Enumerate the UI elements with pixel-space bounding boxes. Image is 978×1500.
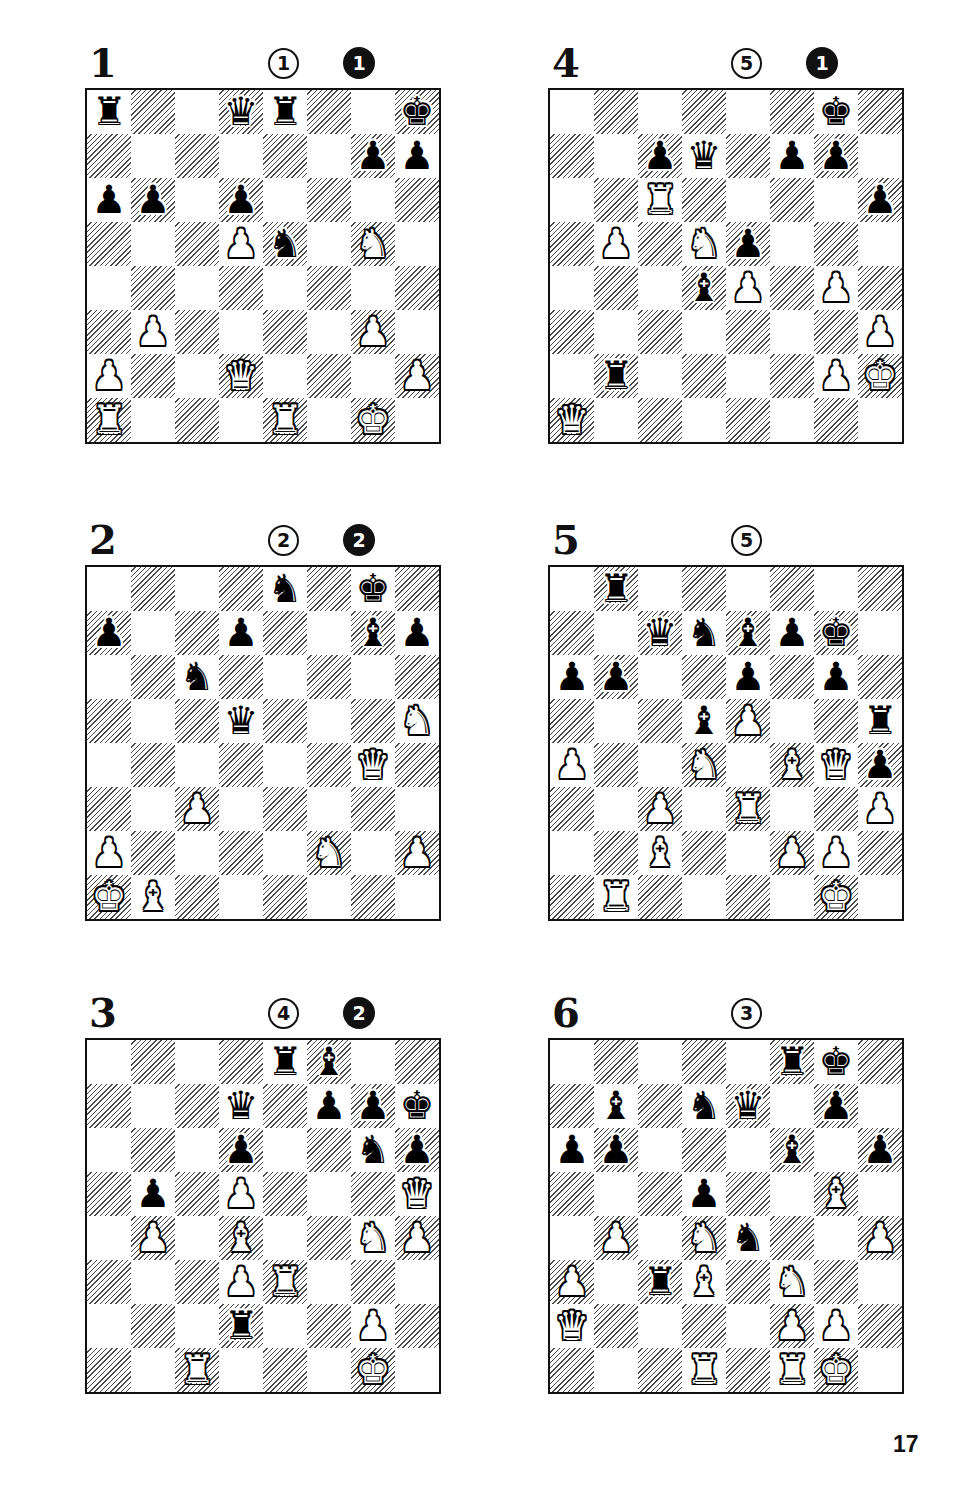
square-g6: ♟ bbox=[814, 655, 858, 699]
square-h7 bbox=[858, 134, 902, 178]
square-a4 bbox=[87, 266, 131, 310]
square-g7: ♟ bbox=[814, 1084, 858, 1128]
square-e2 bbox=[263, 1304, 307, 1348]
square-c2 bbox=[175, 831, 219, 875]
square-g6 bbox=[814, 178, 858, 222]
square-e6 bbox=[726, 1128, 770, 1172]
white-pawn: ♟ bbox=[400, 831, 435, 875]
square-d5: ♟ bbox=[219, 1172, 263, 1216]
square-e1 bbox=[726, 398, 770, 442]
white-pawn: ♟ bbox=[356, 310, 391, 354]
black-pawn: ♟ bbox=[400, 611, 435, 655]
black-pawn: ♟ bbox=[599, 655, 634, 699]
black-knight: ♞ bbox=[687, 611, 722, 655]
square-f4 bbox=[770, 266, 814, 310]
square-a1: ♚ bbox=[87, 875, 131, 919]
white-bishop: ♝ bbox=[136, 875, 171, 919]
square-f5 bbox=[307, 222, 351, 266]
square-d8 bbox=[682, 1040, 726, 1084]
diagram-6-header: 6 3 bbox=[548, 994, 904, 1038]
side-to-move-disk: 2 bbox=[343, 524, 375, 556]
square-d4 bbox=[219, 266, 263, 310]
square-a4 bbox=[87, 743, 131, 787]
square-c4 bbox=[175, 1216, 219, 1260]
white-pawn: ♟ bbox=[136, 1216, 171, 1260]
white-bishop: ♝ bbox=[819, 1172, 854, 1216]
white-pawn: ♟ bbox=[819, 831, 854, 875]
black-knight: ♞ bbox=[731, 1216, 766, 1260]
square-g2 bbox=[351, 831, 395, 875]
square-c5 bbox=[175, 1172, 219, 1216]
square-h8 bbox=[395, 1040, 439, 1084]
square-e6: ♟ bbox=[726, 655, 770, 699]
square-g5: ♞ bbox=[351, 222, 395, 266]
square-b7 bbox=[131, 134, 175, 178]
black-pawn: ♟ bbox=[356, 134, 391, 178]
white-king: ♚ bbox=[356, 1348, 391, 1392]
black-king: ♚ bbox=[400, 90, 435, 134]
square-b1: ♝ bbox=[131, 875, 175, 919]
square-h6 bbox=[395, 178, 439, 222]
square-b8 bbox=[131, 567, 175, 611]
square-a5 bbox=[87, 222, 131, 266]
square-f7: ♟ bbox=[770, 611, 814, 655]
square-a8 bbox=[87, 567, 131, 611]
square-c4 bbox=[638, 1216, 682, 1260]
white-rook: ♜ bbox=[775, 1348, 810, 1392]
square-d3 bbox=[219, 310, 263, 354]
difficulty-circle: 3 bbox=[731, 998, 762, 1029]
square-a7 bbox=[550, 134, 594, 178]
white-knight: ♞ bbox=[356, 1216, 391, 1260]
white-pawn: ♟ bbox=[731, 699, 766, 743]
square-g4 bbox=[351, 266, 395, 310]
square-h1 bbox=[395, 398, 439, 442]
black-pawn: ♟ bbox=[555, 1128, 590, 1172]
square-b4: ♟ bbox=[594, 1216, 638, 1260]
square-b8 bbox=[131, 90, 175, 134]
white-pawn: ♟ bbox=[863, 1216, 898, 1260]
square-d5: ♝ bbox=[682, 699, 726, 743]
black-pawn: ♟ bbox=[687, 1172, 722, 1216]
square-c8 bbox=[175, 1040, 219, 1084]
white-pawn: ♟ bbox=[775, 1304, 810, 1348]
black-queen: ♛ bbox=[224, 1084, 259, 1128]
square-f5 bbox=[770, 1172, 814, 1216]
square-d8: ♛ bbox=[219, 90, 263, 134]
white-rook: ♜ bbox=[268, 1260, 303, 1304]
black-queen: ♛ bbox=[731, 1084, 766, 1128]
square-e8 bbox=[726, 1040, 770, 1084]
square-g7: ♝ bbox=[351, 611, 395, 655]
square-d4: ♞ bbox=[682, 1216, 726, 1260]
black-rook: ♜ bbox=[599, 354, 634, 398]
square-a6 bbox=[87, 1128, 131, 1172]
square-a5 bbox=[550, 699, 594, 743]
black-pawn: ♟ bbox=[92, 611, 127, 655]
square-g1: ♚ bbox=[814, 1348, 858, 1392]
black-queen: ♛ bbox=[224, 699, 259, 743]
square-f8 bbox=[307, 90, 351, 134]
square-f1 bbox=[770, 398, 814, 442]
black-pawn: ♟ bbox=[312, 1084, 347, 1128]
square-a7 bbox=[87, 1084, 131, 1128]
white-knight: ♞ bbox=[687, 1216, 722, 1260]
square-h4: ♟ bbox=[858, 1216, 902, 1260]
black-pawn: ♟ bbox=[224, 611, 259, 655]
square-b1: ♜ bbox=[594, 875, 638, 919]
square-b8 bbox=[594, 90, 638, 134]
square-f6 bbox=[307, 178, 351, 222]
square-a1 bbox=[550, 1348, 594, 1392]
square-d5: ♟ bbox=[682, 1172, 726, 1216]
white-pawn: ♟ bbox=[180, 787, 215, 831]
square-d7: ♛ bbox=[682, 134, 726, 178]
square-e5: ♟ bbox=[726, 699, 770, 743]
square-d3 bbox=[682, 787, 726, 831]
square-c6: ♞ bbox=[175, 655, 219, 699]
square-f3: ♞ bbox=[770, 1260, 814, 1304]
square-d8 bbox=[219, 1040, 263, 1084]
white-pawn: ♟ bbox=[819, 354, 854, 398]
square-c2 bbox=[638, 354, 682, 398]
white-rook: ♜ bbox=[731, 787, 766, 831]
square-a6: ♟ bbox=[550, 655, 594, 699]
diagram-number: 3 bbox=[89, 992, 117, 1034]
black-rook: ♜ bbox=[268, 1040, 303, 1084]
square-h3 bbox=[395, 310, 439, 354]
square-f7: ♟ bbox=[770, 134, 814, 178]
white-pawn: ♟ bbox=[775, 831, 810, 875]
square-f1 bbox=[307, 398, 351, 442]
white-queen: ♛ bbox=[819, 743, 854, 787]
square-h6: ♟ bbox=[858, 1128, 902, 1172]
chess-board-6: ♜♚♝♞♛♟♟♟♝♟♟♝♟♞♞♟♟♜♝♞♛♟♟♜♜♚ bbox=[548, 1038, 904, 1394]
square-h6: ♟ bbox=[858, 178, 902, 222]
square-f2 bbox=[307, 1304, 351, 1348]
difficulty-circle: 1 bbox=[268, 48, 299, 79]
square-f8 bbox=[307, 567, 351, 611]
square-a3 bbox=[550, 787, 594, 831]
square-h7 bbox=[858, 1084, 902, 1128]
square-b7 bbox=[131, 611, 175, 655]
black-pawn: ♟ bbox=[643, 134, 678, 178]
black-pawn: ♟ bbox=[599, 1128, 634, 1172]
square-c6: ♜ bbox=[638, 178, 682, 222]
black-queen: ♛ bbox=[687, 134, 722, 178]
white-rook: ♜ bbox=[268, 398, 303, 442]
square-c2 bbox=[175, 1304, 219, 1348]
white-king: ♚ bbox=[356, 398, 391, 442]
square-f1 bbox=[307, 1348, 351, 1392]
square-e7: ♝ bbox=[726, 611, 770, 655]
square-g6 bbox=[351, 655, 395, 699]
square-g8 bbox=[351, 1040, 395, 1084]
square-c4 bbox=[175, 743, 219, 787]
square-e7: ♛ bbox=[726, 1084, 770, 1128]
square-b4 bbox=[131, 743, 175, 787]
square-c1 bbox=[638, 875, 682, 919]
square-a8 bbox=[550, 1040, 594, 1084]
diagram-4: 4 5 1 ♚♟♛♟♟♜♟♟♞♟♝♟♟♟♜♟♚♛ bbox=[548, 44, 904, 444]
square-g7: ♟ bbox=[351, 1084, 395, 1128]
square-d6: ♟ bbox=[219, 178, 263, 222]
white-queen: ♛ bbox=[224, 354, 259, 398]
square-a7 bbox=[550, 611, 594, 655]
square-h6: ♟ bbox=[395, 1128, 439, 1172]
square-c6 bbox=[638, 1128, 682, 1172]
square-a4 bbox=[550, 266, 594, 310]
square-b5: ♟ bbox=[594, 222, 638, 266]
square-g5 bbox=[814, 222, 858, 266]
white-pawn: ♟ bbox=[599, 222, 634, 266]
square-c1 bbox=[638, 1348, 682, 1392]
black-pawn: ♟ bbox=[224, 1128, 259, 1172]
square-f2 bbox=[307, 354, 351, 398]
square-h5: ♞ bbox=[395, 699, 439, 743]
black-knight: ♞ bbox=[268, 222, 303, 266]
white-bishop: ♝ bbox=[224, 1216, 259, 1260]
square-b4 bbox=[594, 743, 638, 787]
white-pawn: ♟ bbox=[92, 354, 127, 398]
square-h5 bbox=[858, 222, 902, 266]
square-a8: ♜ bbox=[87, 90, 131, 134]
square-a4 bbox=[550, 1216, 594, 1260]
square-e6 bbox=[263, 178, 307, 222]
white-knight: ♞ bbox=[312, 831, 347, 875]
square-f4 bbox=[307, 743, 351, 787]
square-e8 bbox=[726, 567, 770, 611]
square-a8 bbox=[87, 1040, 131, 1084]
diagram-6: 6 3 ♜♚♝♞♛♟♟♟♝♟♟♝♟♞♞♟♟♜♝♞♛♟♟♜♜♚ bbox=[548, 994, 904, 1394]
black-pawn: ♟ bbox=[819, 655, 854, 699]
square-b4 bbox=[594, 266, 638, 310]
square-d7: ♛ bbox=[219, 1084, 263, 1128]
square-g4: ♟ bbox=[814, 266, 858, 310]
square-f5 bbox=[770, 699, 814, 743]
square-g3 bbox=[351, 787, 395, 831]
square-a3: ♟ bbox=[550, 1260, 594, 1304]
square-f4 bbox=[770, 1216, 814, 1260]
side-to-move-disk: 2 bbox=[343, 997, 375, 1029]
square-f6 bbox=[307, 1128, 351, 1172]
white-bishop: ♝ bbox=[687, 1260, 722, 1304]
square-e4: ♟ bbox=[726, 266, 770, 310]
page-number: 17 bbox=[893, 1431, 919, 1458]
square-d1 bbox=[219, 1348, 263, 1392]
black-bishop: ♝ bbox=[687, 699, 722, 743]
square-e4: ♞ bbox=[726, 1216, 770, 1260]
white-king: ♚ bbox=[819, 875, 854, 919]
square-e1 bbox=[263, 1348, 307, 1392]
square-g3 bbox=[814, 310, 858, 354]
square-e6 bbox=[263, 1128, 307, 1172]
square-h7: ♟ bbox=[395, 134, 439, 178]
square-c4 bbox=[638, 743, 682, 787]
black-king: ♚ bbox=[819, 611, 854, 655]
square-c3: ♟ bbox=[638, 787, 682, 831]
square-b5 bbox=[131, 699, 175, 743]
square-d1 bbox=[219, 875, 263, 919]
white-knight: ♞ bbox=[687, 743, 722, 787]
square-f1 bbox=[307, 875, 351, 919]
square-e4 bbox=[726, 743, 770, 787]
square-e3 bbox=[726, 1260, 770, 1304]
square-b6 bbox=[131, 1128, 175, 1172]
square-h2: ♟ bbox=[395, 831, 439, 875]
square-f5 bbox=[307, 1172, 351, 1216]
square-f3 bbox=[307, 1260, 351, 1304]
black-knight: ♞ bbox=[356, 1128, 391, 1172]
square-f2: ♞ bbox=[307, 831, 351, 875]
square-h8 bbox=[858, 90, 902, 134]
square-b3 bbox=[594, 787, 638, 831]
square-g2: ♟ bbox=[351, 1304, 395, 1348]
difficulty-circle: 5 bbox=[731, 48, 762, 79]
square-b1 bbox=[131, 1348, 175, 1392]
black-rook: ♜ bbox=[92, 90, 127, 134]
square-g6 bbox=[351, 178, 395, 222]
white-knight: ♞ bbox=[687, 222, 722, 266]
square-f6 bbox=[307, 655, 351, 699]
square-b3 bbox=[594, 1260, 638, 1304]
white-pawn: ♟ bbox=[224, 1172, 259, 1216]
square-e8: ♞ bbox=[263, 567, 307, 611]
black-pawn: ♟ bbox=[775, 134, 810, 178]
square-b5 bbox=[594, 699, 638, 743]
square-e7 bbox=[263, 134, 307, 178]
square-e6 bbox=[263, 655, 307, 699]
square-c1: ♜ bbox=[175, 1348, 219, 1392]
square-a8 bbox=[550, 90, 594, 134]
square-e2 bbox=[263, 831, 307, 875]
square-c1 bbox=[638, 398, 682, 442]
square-e8: ♜ bbox=[263, 90, 307, 134]
white-pawn: ♟ bbox=[400, 354, 435, 398]
square-g7: ♟ bbox=[814, 134, 858, 178]
square-d6 bbox=[682, 655, 726, 699]
square-c1 bbox=[175, 398, 219, 442]
square-a6: ♟ bbox=[87, 178, 131, 222]
square-c4 bbox=[175, 266, 219, 310]
square-c3 bbox=[175, 1260, 219, 1304]
square-g5 bbox=[351, 1172, 395, 1216]
square-b2 bbox=[131, 831, 175, 875]
square-h3: ♟ bbox=[858, 310, 902, 354]
square-e5 bbox=[263, 699, 307, 743]
square-d7: ♞ bbox=[682, 1084, 726, 1128]
square-f4 bbox=[307, 1216, 351, 1260]
square-d6 bbox=[219, 655, 263, 699]
square-e1: ♜ bbox=[263, 398, 307, 442]
square-d1 bbox=[682, 875, 726, 919]
white-pawn: ♟ bbox=[555, 1260, 590, 1304]
square-d2 bbox=[682, 831, 726, 875]
square-h7: ♟ bbox=[395, 611, 439, 655]
square-c5 bbox=[638, 699, 682, 743]
square-c6 bbox=[175, 178, 219, 222]
white-bishop: ♝ bbox=[775, 743, 810, 787]
white-bishop: ♝ bbox=[643, 831, 678, 875]
square-d4: ♝ bbox=[682, 266, 726, 310]
diagram-number: 6 bbox=[552, 992, 580, 1034]
square-f7 bbox=[770, 1084, 814, 1128]
square-f1: ♜ bbox=[770, 1348, 814, 1392]
square-f1 bbox=[770, 875, 814, 919]
black-pawn: ♟ bbox=[731, 222, 766, 266]
square-c3: ♟ bbox=[175, 787, 219, 831]
black-bishop: ♝ bbox=[312, 1040, 347, 1084]
square-d8 bbox=[682, 90, 726, 134]
square-f3 bbox=[307, 787, 351, 831]
square-b7 bbox=[131, 1084, 175, 1128]
square-g3 bbox=[351, 1260, 395, 1304]
square-c5 bbox=[638, 1172, 682, 1216]
square-g7: ♟ bbox=[351, 134, 395, 178]
white-king: ♚ bbox=[819, 1348, 854, 1392]
square-d3 bbox=[219, 787, 263, 831]
white-pawn: ♟ bbox=[92, 831, 127, 875]
square-g7: ♚ bbox=[814, 611, 858, 655]
black-pawn: ♟ bbox=[731, 655, 766, 699]
difficulty-circle: 2 bbox=[268, 525, 299, 556]
black-pawn: ♟ bbox=[224, 178, 259, 222]
square-b5 bbox=[131, 222, 175, 266]
square-e3 bbox=[263, 787, 307, 831]
square-e7 bbox=[263, 1084, 307, 1128]
diagram-number: 1 bbox=[89, 42, 117, 84]
square-h3 bbox=[858, 1260, 902, 1304]
square-f7 bbox=[307, 611, 351, 655]
square-a3 bbox=[87, 310, 131, 354]
square-g5 bbox=[351, 699, 395, 743]
white-rook: ♜ bbox=[643, 178, 678, 222]
square-a5 bbox=[87, 699, 131, 743]
square-c2 bbox=[175, 354, 219, 398]
square-c2: ♝ bbox=[638, 831, 682, 875]
square-c2 bbox=[638, 1304, 682, 1348]
square-d2: ♛ bbox=[219, 354, 263, 398]
square-g2 bbox=[351, 354, 395, 398]
square-f7 bbox=[307, 134, 351, 178]
square-f2: ♟ bbox=[770, 1304, 814, 1348]
square-f3 bbox=[770, 310, 814, 354]
square-f4: ♝ bbox=[770, 743, 814, 787]
square-c7 bbox=[638, 1084, 682, 1128]
square-c7: ♛ bbox=[638, 611, 682, 655]
diagram-2: 2 2 2 ♞♚♟♟♝♟♞♛♞♛♟♟♞♟♚♝ bbox=[85, 521, 441, 921]
square-h4 bbox=[858, 266, 902, 310]
square-a6: ♟ bbox=[550, 1128, 594, 1172]
square-e2 bbox=[726, 831, 770, 875]
square-d1: ♜ bbox=[682, 1348, 726, 1392]
square-h8: ♚ bbox=[395, 90, 439, 134]
white-pawn: ♟ bbox=[863, 787, 898, 831]
square-d6 bbox=[682, 1128, 726, 1172]
square-b6 bbox=[594, 178, 638, 222]
square-f8: ♜ bbox=[770, 1040, 814, 1084]
white-pawn: ♟ bbox=[599, 1216, 634, 1260]
square-c7 bbox=[175, 134, 219, 178]
white-knight: ♞ bbox=[356, 222, 391, 266]
square-a4: ♟ bbox=[550, 743, 594, 787]
square-d3: ♟ bbox=[219, 1260, 263, 1304]
square-d7: ♞ bbox=[682, 611, 726, 655]
black-pawn: ♟ bbox=[555, 655, 590, 699]
square-e1 bbox=[726, 875, 770, 919]
square-h3 bbox=[395, 787, 439, 831]
square-a2: ♛ bbox=[550, 1304, 594, 1348]
